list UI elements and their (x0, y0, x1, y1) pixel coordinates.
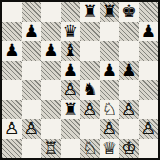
square-b4[interactable] (22, 80, 42, 100)
square-g2[interactable] (119, 119, 139, 139)
square-d5[interactable]: ♟ (61, 61, 81, 81)
black-pawn[interactable]: ♟ (43, 41, 58, 60)
black-pawn[interactable]: ♟ (4, 41, 19, 60)
square-a3[interactable] (2, 100, 22, 120)
square-f4[interactable] (100, 80, 120, 100)
square-d3[interactable]: ♜ (61, 100, 81, 120)
white-knight[interactable]: ♘ (102, 100, 117, 119)
square-c5[interactable] (41, 61, 61, 81)
square-d6[interactable]: ♝ (61, 41, 81, 61)
white-pawn[interactable]: ♙ (82, 100, 97, 119)
square-b3[interactable] (22, 100, 42, 120)
white-pawn[interactable]: ♙ (63, 80, 78, 99)
black-pawn[interactable]: ♟ (141, 22, 156, 41)
square-b8[interactable] (22, 2, 42, 22)
square-h8[interactable] (139, 2, 159, 22)
square-b5[interactable] (22, 61, 42, 81)
square-e7[interactable] (80, 22, 100, 42)
white-pawn[interactable]: ♙ (4, 119, 19, 138)
chess-board: ♜♜♚♟♛♟♟♟♝♟♟♟♙♞♜♙♘♙♙♙♙♙♖♘♕♔ (0, 0, 160, 160)
square-f2[interactable]: ♙ (100, 119, 120, 139)
square-c8[interactable] (41, 2, 61, 22)
square-g6[interactable] (119, 41, 139, 61)
square-g4[interactable] (119, 80, 139, 100)
black-rook[interactable]: ♜ (82, 2, 97, 21)
black-queen[interactable]: ♛ (63, 22, 78, 41)
square-d8[interactable] (61, 2, 81, 22)
black-rook[interactable]: ♜ (63, 100, 78, 119)
square-c6[interactable]: ♟ (41, 41, 61, 61)
square-f6[interactable] (100, 41, 120, 61)
square-d7[interactable]: ♛ (61, 22, 81, 42)
square-a8[interactable] (2, 2, 22, 22)
square-h6[interactable] (139, 41, 159, 61)
square-e3[interactable]: ♙ (80, 100, 100, 120)
white-knight[interactable]: ♘ (82, 139, 97, 158)
square-h7[interactable]: ♟ (139, 22, 159, 42)
square-f8[interactable]: ♜ (100, 2, 120, 22)
square-e6[interactable] (80, 41, 100, 61)
square-d4[interactable]: ♙ (61, 80, 81, 100)
square-g7[interactable] (119, 22, 139, 42)
square-e1[interactable]: ♘ (80, 139, 100, 159)
square-h2[interactable]: ♙ (139, 119, 159, 139)
square-d1[interactable] (61, 139, 81, 159)
square-f1[interactable]: ♕ (100, 139, 120, 159)
square-b2[interactable]: ♙ (22, 119, 42, 139)
square-e4[interactable]: ♞ (80, 80, 100, 100)
square-f5[interactable]: ♟ (100, 61, 120, 81)
square-c2[interactable] (41, 119, 61, 139)
white-pawn[interactable]: ♙ (102, 119, 117, 138)
square-a5[interactable] (2, 61, 22, 81)
black-knight[interactable]: ♞ (82, 80, 97, 99)
black-pawn[interactable]: ♟ (63, 61, 78, 80)
square-e2[interactable] (80, 119, 100, 139)
white-pawn[interactable]: ♙ (121, 100, 136, 119)
black-pawn[interactable]: ♟ (102, 61, 117, 80)
square-g8[interactable]: ♚ (119, 2, 139, 22)
black-king[interactable]: ♚ (121, 2, 136, 21)
square-f3[interactable]: ♘ (100, 100, 120, 120)
white-rook[interactable]: ♖ (43, 139, 58, 158)
square-c1[interactable]: ♖ (41, 139, 61, 159)
black-pawn[interactable]: ♟ (121, 61, 136, 80)
square-c4[interactable] (41, 80, 61, 100)
square-c3[interactable] (41, 100, 61, 120)
square-b7[interactable]: ♟ (22, 22, 42, 42)
square-e8[interactable]: ♜ (80, 2, 100, 22)
square-h4[interactable] (139, 80, 159, 100)
square-g3[interactable]: ♙ (119, 100, 139, 120)
chess-diagram: ♜♜♚♟♛♟♟♟♝♟♟♟♙♞♜♙♘♙♙♙♙♙♖♘♕♔ (0, 0, 160, 160)
square-h3[interactable] (139, 100, 159, 120)
square-d2[interactable] (61, 119, 81, 139)
square-a6[interactable]: ♟ (2, 41, 22, 61)
black-pawn[interactable]: ♟ (24, 22, 39, 41)
square-c7[interactable] (41, 22, 61, 42)
square-a7[interactable] (2, 22, 22, 42)
square-g1[interactable]: ♔ (119, 139, 139, 159)
square-b6[interactable] (22, 41, 42, 61)
white-pawn[interactable]: ♙ (141, 119, 156, 138)
square-e5[interactable] (80, 61, 100, 81)
white-king[interactable]: ♔ (121, 139, 136, 158)
white-pawn[interactable]: ♙ (24, 119, 39, 138)
black-rook[interactable]: ♜ (102, 2, 117, 21)
square-h5[interactable] (139, 61, 159, 81)
square-h1[interactable] (139, 139, 159, 159)
square-a2[interactable]: ♙ (2, 119, 22, 139)
black-bishop[interactable]: ♝ (63, 41, 78, 60)
square-b1[interactable] (22, 139, 42, 159)
square-a1[interactable] (2, 139, 22, 159)
square-f7[interactable] (100, 22, 120, 42)
white-queen[interactable]: ♕ (102, 139, 117, 158)
square-a4[interactable] (2, 80, 22, 100)
square-g5[interactable]: ♟ (119, 61, 139, 81)
